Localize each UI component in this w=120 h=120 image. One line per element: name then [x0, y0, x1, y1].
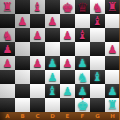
piece-pink-pawn[interactable]: ♟ [60, 28, 75, 42]
square-h3[interactable] [105, 70, 120, 84]
square-a1[interactable] [0, 98, 15, 112]
square-e4[interactable]: ♟ [60, 56, 75, 70]
square-c4[interactable]: ♟ [30, 56, 45, 70]
piece-cyan-pawn[interactable]: ♟ [75, 56, 90, 70]
king-cross-marker: + [75, 96, 90, 101]
piece-pink-queen[interactable]: ♛ [75, 0, 90, 14]
square-d7[interactable]: ♟ [45, 14, 60, 28]
square-e1[interactable] [60, 98, 75, 112]
square-d4[interactable]: ♟ [45, 56, 60, 70]
square-c5[interactable] [30, 42, 45, 56]
square-f4[interactable]: ♟ [75, 56, 90, 70]
piece-cyan-pawn[interactable]: ♟ [60, 84, 75, 98]
file-coordinate-bar: ABCDEFGH [0, 112, 120, 120]
square-h1[interactable]: ♜ [105, 98, 120, 112]
square-e7[interactable] [60, 14, 75, 28]
square-b8[interactable] [15, 0, 30, 14]
square-d3[interactable]: ♟ [45, 70, 60, 84]
square-g6[interactable] [90, 28, 105, 42]
piece-cyan-knight[interactable]: ♞ [75, 70, 90, 84]
chess-board: ♜♝♚♛♞♜♟♟♝♞♟♟♝♟♟♟♟♟♟♟♟♞♝♝♟♟♟♚+♜ [0, 0, 120, 112]
board-frame-right-edge [119, 0, 120, 120]
file-label-h: H [105, 112, 120, 120]
square-c2[interactable] [30, 84, 45, 98]
square-f3[interactable]: ♞ [75, 70, 90, 84]
square-a4[interactable]: ♟ [0, 56, 15, 70]
square-b3[interactable] [15, 70, 30, 84]
chess-game-screen: ♜♝♚♛♞♜♟♟♝♞♟♟♝♟♟♟♟♟♟♟♟♞♝♝♟♟♟♚+♜ ABCDEFGH [0, 0, 120, 120]
square-g1[interactable] [90, 98, 105, 112]
square-a2[interactable] [0, 84, 15, 98]
square-g7[interactable]: ♝ [90, 14, 105, 28]
square-g4[interactable] [90, 56, 105, 70]
square-f8[interactable]: ♛ [75, 0, 90, 14]
square-h5[interactable]: ♟ [105, 42, 120, 56]
piece-cyan-rook[interactable]: ♜ [105, 98, 120, 112]
square-h2[interactable]: ♟ [105, 84, 120, 98]
piece-pink-knight[interactable]: ♞ [90, 0, 105, 14]
square-b4[interactable] [15, 56, 30, 70]
piece-cyan-pawn[interactable]: ♟ [45, 70, 60, 84]
file-label-d: D [45, 112, 60, 120]
square-f1[interactable]: ♚+ [75, 98, 90, 112]
square-h4[interactable] [105, 56, 120, 70]
square-e6[interactable]: ♟ [60, 28, 75, 42]
file-label-e: E [60, 112, 75, 120]
piece-cyan-bishop[interactable]: ♝ [45, 84, 60, 98]
piece-pink-bishop[interactable]: ♝ [75, 28, 90, 42]
square-d2[interactable]: ♝ [45, 84, 60, 98]
piece-pink-knight[interactable]: ♞ [0, 28, 15, 42]
piece-pink-pawn[interactable]: ♟ [30, 56, 45, 70]
file-label-b: B [15, 112, 30, 120]
square-g8[interactable]: ♞ [90, 0, 105, 14]
piece-pink-pawn[interactable]: ♟ [105, 42, 120, 56]
square-g3[interactable]: ♝ [90, 70, 105, 84]
piece-pink-pawn[interactable]: ♟ [15, 14, 30, 28]
square-a8[interactable]: ♜ [0, 0, 15, 14]
piece-pink-pawn[interactable]: ♟ [45, 14, 60, 28]
square-f5[interactable] [75, 42, 90, 56]
square-a6[interactable]: ♞ [0, 28, 15, 42]
square-b7[interactable]: ♟ [15, 14, 30, 28]
square-a5[interactable]: ♟ [0, 42, 15, 56]
square-d6[interactable] [45, 28, 60, 42]
square-c7[interactable] [30, 14, 45, 28]
piece-pink-bishop[interactable]: ♝ [30, 0, 45, 14]
square-c3[interactable] [30, 70, 45, 84]
piece-cyan-pawn[interactable]: ♟ [45, 56, 60, 70]
square-h7[interactable] [105, 14, 120, 28]
piece-cyan-bishop[interactable]: ♝ [90, 70, 105, 84]
file-label-f: F [75, 112, 90, 120]
square-f7[interactable] [75, 14, 90, 28]
square-a7[interactable] [0, 14, 15, 28]
file-label-a: A [0, 112, 15, 120]
square-f6[interactable]: ♝ [75, 28, 90, 42]
square-h8[interactable]: ♜ [105, 0, 120, 14]
piece-pink-rook[interactable]: ♜ [105, 0, 120, 14]
piece-pink-pawn[interactable]: ♟ [0, 42, 15, 56]
piece-cyan-pawn[interactable]: ♟ [105, 84, 120, 98]
square-c6[interactable]: ♟ [30, 28, 45, 42]
piece-pink-pawn[interactable]: ♟ [30, 28, 45, 42]
square-e2[interactable]: ♟ [60, 84, 75, 98]
square-e8[interactable]: ♚ [60, 0, 75, 14]
file-label-c: C [30, 112, 45, 120]
square-g2[interactable] [90, 84, 105, 98]
square-h6[interactable] [105, 28, 120, 42]
square-b1[interactable] [15, 98, 30, 112]
piece-pink-rook[interactable]: ♜ [0, 0, 15, 14]
square-b2[interactable] [15, 84, 30, 98]
piece-pink-king[interactable]: ♚ [60, 0, 75, 14]
square-e3[interactable] [60, 70, 75, 84]
square-c1[interactable] [30, 98, 45, 112]
piece-cyan-king[interactable]: ♚+ [75, 98, 90, 112]
square-c8[interactable]: ♝ [30, 0, 45, 14]
square-b5[interactable] [15, 42, 30, 56]
file-label-g: G [90, 112, 105, 120]
square-b6[interactable] [15, 28, 30, 42]
square-d1[interactable] [45, 98, 60, 112]
piece-pink-bishop[interactable]: ♝ [90, 14, 105, 28]
square-g5[interactable] [90, 42, 105, 56]
piece-pink-pawn[interactable]: ♟ [0, 56, 15, 70]
piece-pink-pawn[interactable]: ♟ [60, 56, 75, 70]
square-d8[interactable] [45, 0, 60, 14]
square-e5[interactable] [60, 42, 75, 56]
square-a3[interactable] [0, 70, 15, 84]
square-d5[interactable] [45, 42, 60, 56]
